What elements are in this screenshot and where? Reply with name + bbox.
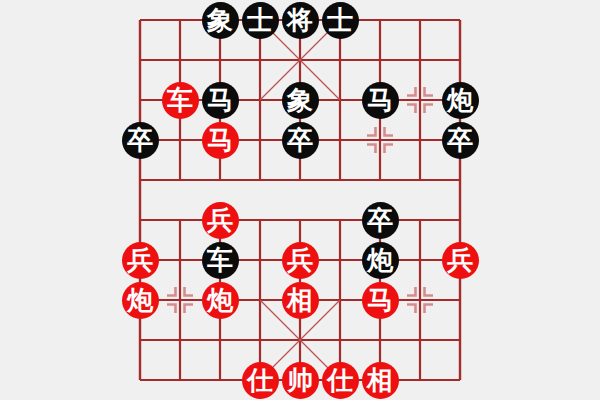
piece-red-horse[interactable]: 马: [202, 122, 239, 159]
piece-red-pawn[interactable]: 兵: [122, 242, 159, 279]
piece-black-pawn[interactable]: 卒: [282, 122, 319, 159]
piece-red-general[interactable]: 帅: [282, 362, 319, 399]
board-grid[interactable]: 象士将士车马象马炮卒马卒卒兵卒兵车兵炮兵炮炮相马仕帅仕相: [120, 0, 480, 400]
piece-black-horse[interactable]: 马: [202, 82, 239, 119]
piece-black-advisor[interactable]: 士: [242, 2, 279, 39]
piece-red-advisor[interactable]: 仕: [242, 362, 279, 399]
piece-red-cannon[interactable]: 炮: [122, 282, 159, 319]
piece-black-elephant[interactable]: 象: [282, 82, 319, 119]
piece-red-cannon[interactable]: 炮: [202, 282, 239, 319]
piece-black-cannon[interactable]: 炮: [442, 82, 479, 119]
piece-red-elephant[interactable]: 相: [362, 362, 399, 399]
xiangqi-app-screen: 象士将士车马象马炮卒马卒卒兵卒兵车兵炮兵炮炮相马仕帅仕相: [0, 0, 600, 400]
piece-black-general[interactable]: 将: [282, 2, 319, 39]
piece-black-chariot[interactable]: 车: [202, 242, 239, 279]
piece-red-horse[interactable]: 马: [362, 282, 399, 319]
piece-black-advisor[interactable]: 士: [322, 2, 359, 39]
piece-black-elephant[interactable]: 象: [202, 2, 239, 39]
piece-red-chariot[interactable]: 车: [162, 82, 199, 119]
piece-red-advisor[interactable]: 仕: [322, 362, 359, 399]
piece-black-cannon[interactable]: 炮: [362, 242, 399, 279]
piece-black-pawn[interactable]: 卒: [362, 202, 399, 239]
piece-black-pawn[interactable]: 卒: [442, 122, 479, 159]
piece-black-horse[interactable]: 马: [362, 82, 399, 119]
piece-black-pawn[interactable]: 卒: [122, 122, 159, 159]
piece-red-pawn[interactable]: 兵: [442, 242, 479, 279]
piece-red-pawn[interactable]: 兵: [282, 242, 319, 279]
piece-red-elephant[interactable]: 相: [282, 282, 319, 319]
piece-red-pawn[interactable]: 兵: [202, 202, 239, 239]
